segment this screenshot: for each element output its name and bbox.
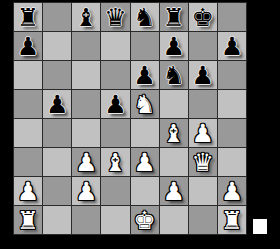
square-g1[interactable] [189,206,217,234]
square-d5[interactable]: ♟ [101,90,129,118]
square-e3[interactable]: ♟ [131,148,159,176]
square-c6[interactable] [72,61,100,89]
piece-black-pawn[interactable]: ♟ [46,92,68,117]
square-c3[interactable]: ♟ [72,148,100,176]
chess-app-window: ♜♝♛♞♜♚♟♟♟♟♞♟♟♟♞♝♟♟♝♟♛♟♟♟♟♜♚♜ [0,0,280,249]
piece-black-queen[interactable]: ♛ [104,5,126,30]
square-b5[interactable]: ♟ [43,90,71,118]
square-f4[interactable]: ♝ [160,119,188,147]
piece-black-rook[interactable]: ♜ [17,5,39,30]
piece-white-pawn[interactable]: ♟ [221,179,243,204]
square-h2[interactable]: ♟ [218,177,246,205]
piece-white-pawn[interactable]: ♟ [17,179,39,204]
square-a8[interactable]: ♜ [14,3,42,31]
square-a5[interactable] [14,90,42,118]
square-h7[interactable]: ♟ [218,32,246,60]
square-e6[interactable]: ♟ [131,61,159,89]
square-g5[interactable] [189,90,217,118]
piece-white-bishop[interactable]: ♝ [162,121,184,146]
square-c2[interactable]: ♟ [72,177,100,205]
piece-white-king[interactable]: ♚ [133,208,155,233]
square-g6[interactable]: ♟ [189,61,217,89]
piece-black-bishop[interactable]: ♝ [75,5,97,30]
square-d7[interactable] [101,32,129,60]
square-d6[interactable] [101,61,129,89]
square-a6[interactable] [14,61,42,89]
square-h6[interactable] [218,61,246,89]
square-h3[interactable] [218,148,246,176]
square-e4[interactable] [131,119,159,147]
square-f6[interactable]: ♞ [160,61,188,89]
piece-white-pawn[interactable]: ♟ [75,150,97,175]
square-h4[interactable] [218,119,246,147]
square-a2[interactable]: ♟ [14,177,42,205]
square-c4[interactable] [72,119,100,147]
square-g7[interactable] [189,32,217,60]
piece-black-pawn[interactable]: ♟ [17,34,39,59]
square-f3[interactable] [160,148,188,176]
square-c8[interactable]: ♝ [72,3,100,31]
square-h8[interactable] [218,3,246,31]
square-g2[interactable] [189,177,217,205]
square-g8[interactable]: ♚ [189,3,217,31]
square-b4[interactable] [43,119,71,147]
square-h5[interactable] [218,90,246,118]
piece-black-pawn[interactable]: ♟ [192,63,214,88]
square-b7[interactable] [43,32,71,60]
square-e5[interactable]: ♞ [131,90,159,118]
piece-white-queen[interactable]: ♛ [192,150,214,175]
piece-black-pawn[interactable]: ♟ [133,63,155,88]
square-a3[interactable] [14,148,42,176]
square-f7[interactable]: ♟ [160,32,188,60]
square-d4[interactable] [101,119,129,147]
piece-white-pawn[interactable]: ♟ [133,150,155,175]
square-e1[interactable]: ♚ [131,206,159,234]
piece-white-knight[interactable]: ♞ [133,92,155,117]
piece-white-rook[interactable]: ♜ [17,208,39,233]
piece-white-pawn[interactable]: ♟ [75,179,97,204]
square-b6[interactable] [43,61,71,89]
square-e7[interactable] [131,32,159,60]
square-g4[interactable]: ♟ [189,119,217,147]
piece-black-pawn[interactable]: ♟ [221,34,243,59]
square-b3[interactable] [43,148,71,176]
square-b8[interactable] [43,3,71,31]
piece-white-rook[interactable]: ♜ [221,208,243,233]
piece-black-knight[interactable]: ♞ [133,5,155,30]
square-f1[interactable] [160,206,188,234]
chess-board: ♜♝♛♞♜♚♟♟♟♟♞♟♟♟♞♝♟♟♝♟♛♟♟♟♟♜♚♜ [13,2,247,235]
square-e8[interactable]: ♞ [131,3,159,31]
square-b1[interactable] [43,206,71,234]
side-to-move-indicator [253,219,267,234]
square-f5[interactable] [160,90,188,118]
square-a1[interactable]: ♜ [14,206,42,234]
square-c7[interactable] [72,32,100,60]
piece-white-bishop[interactable]: ♝ [104,150,126,175]
square-c1[interactable] [72,206,100,234]
piece-black-knight[interactable]: ♞ [162,63,184,88]
square-c5[interactable] [72,90,100,118]
piece-black-pawn[interactable]: ♟ [104,92,126,117]
square-a4[interactable] [14,119,42,147]
square-d8[interactable]: ♛ [101,3,129,31]
square-b2[interactable] [43,177,71,205]
square-h1[interactable]: ♜ [218,206,246,234]
square-d3[interactable]: ♝ [101,148,129,176]
square-d1[interactable] [101,206,129,234]
square-f2[interactable]: ♟ [160,177,188,205]
piece-white-pawn[interactable]: ♟ [162,179,184,204]
piece-black-rook[interactable]: ♜ [162,5,184,30]
piece-black-pawn[interactable]: ♟ [162,34,184,59]
piece-white-pawn[interactable]: ♟ [192,121,214,146]
square-e2[interactable] [131,177,159,205]
square-a7[interactable]: ♟ [14,32,42,60]
square-g3[interactable]: ♛ [189,148,217,176]
piece-black-king[interactable]: ♚ [192,5,214,30]
square-f8[interactable]: ♜ [160,3,188,31]
square-d2[interactable] [101,177,129,205]
